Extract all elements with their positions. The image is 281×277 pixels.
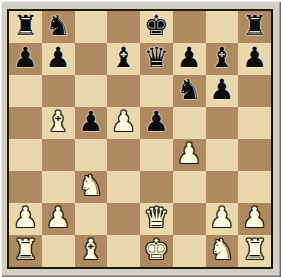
square-f2[interactable] bbox=[173, 203, 206, 235]
square-c2[interactable] bbox=[75, 203, 108, 235]
square-f1[interactable] bbox=[173, 235, 206, 267]
piece-white-knight[interactable]: ♞ bbox=[209, 236, 234, 264]
piece-black-pawn[interactable]: ♟ bbox=[144, 108, 169, 136]
square-g7[interactable]: ♝ bbox=[206, 43, 239, 75]
square-c5[interactable]: ♟ bbox=[75, 107, 108, 139]
square-h8[interactable]: ♜ bbox=[238, 11, 271, 43]
piece-white-bishop[interactable]: ♝ bbox=[46, 108, 71, 136]
square-f7[interactable]: ♟ bbox=[173, 43, 206, 75]
square-a2[interactable]: ♟ bbox=[9, 203, 42, 235]
square-e8[interactable]: ♚ bbox=[140, 11, 173, 43]
square-a1[interactable]: ♜ bbox=[9, 235, 42, 267]
square-b6[interactable] bbox=[42, 75, 75, 107]
square-e5[interactable]: ♟ bbox=[140, 107, 173, 139]
square-a7[interactable]: ♟ bbox=[9, 43, 42, 75]
piece-black-pawn[interactable]: ♟ bbox=[78, 108, 103, 136]
square-g8[interactable] bbox=[206, 11, 239, 43]
piece-white-rook[interactable]: ♜ bbox=[13, 236, 38, 264]
square-b2[interactable]: ♟ bbox=[42, 203, 75, 235]
piece-black-rook[interactable]: ♜ bbox=[242, 12, 267, 40]
piece-white-queen[interactable]: ♛ bbox=[144, 204, 169, 232]
piece-white-pawn[interactable]: ♟ bbox=[242, 204, 267, 232]
piece-black-pawn[interactable]: ♟ bbox=[209, 76, 234, 104]
square-f3[interactable] bbox=[173, 171, 206, 203]
piece-white-king[interactable]: ♚ bbox=[144, 236, 169, 264]
square-e7[interactable]: ♛ bbox=[140, 43, 173, 75]
square-g1[interactable]: ♞ bbox=[206, 235, 239, 267]
square-h6[interactable] bbox=[238, 75, 271, 107]
square-d2[interactable] bbox=[107, 203, 140, 235]
square-e4[interactable] bbox=[140, 139, 173, 171]
square-d7[interactable]: ♝ bbox=[107, 43, 140, 75]
square-h5[interactable] bbox=[238, 107, 271, 139]
piece-white-pawn[interactable]: ♟ bbox=[177, 140, 202, 168]
square-g6[interactable]: ♟ bbox=[206, 75, 239, 107]
piece-white-knight[interactable]: ♞ bbox=[78, 172, 103, 200]
square-h3[interactable] bbox=[238, 171, 271, 203]
piece-white-bishop[interactable]: ♝ bbox=[78, 236, 103, 264]
square-a6[interactable] bbox=[9, 75, 42, 107]
chess-board: ♜♞♚♜♟♟♝♛♟♝♟♞♟♝♟♟♟♟♞♟♟♛♟♟♜♝♚♞♜ bbox=[7, 9, 273, 269]
square-g2[interactable]: ♟ bbox=[206, 203, 239, 235]
square-b1[interactable] bbox=[42, 235, 75, 267]
piece-white-pawn[interactable]: ♟ bbox=[111, 108, 136, 136]
square-d3[interactable] bbox=[107, 171, 140, 203]
square-f8[interactable] bbox=[173, 11, 206, 43]
square-h4[interactable] bbox=[238, 139, 271, 171]
square-e2[interactable]: ♛ bbox=[140, 203, 173, 235]
square-c6[interactable] bbox=[75, 75, 108, 107]
square-d4[interactable] bbox=[107, 139, 140, 171]
piece-black-pawn[interactable]: ♟ bbox=[46, 44, 71, 72]
square-h1[interactable]: ♜ bbox=[238, 235, 271, 267]
square-b5[interactable]: ♝ bbox=[42, 107, 75, 139]
piece-black-knight[interactable]: ♞ bbox=[177, 76, 202, 104]
piece-white-rook[interactable]: ♜ bbox=[242, 236, 267, 264]
piece-black-bishop[interactable]: ♝ bbox=[209, 44, 234, 72]
square-c7[interactable] bbox=[75, 43, 108, 75]
piece-white-pawn[interactable]: ♟ bbox=[209, 204, 234, 232]
piece-black-king[interactable]: ♚ bbox=[144, 12, 169, 40]
square-d8[interactable] bbox=[107, 11, 140, 43]
piece-black-pawn[interactable]: ♟ bbox=[177, 44, 202, 72]
square-e1[interactable]: ♚ bbox=[140, 235, 173, 267]
square-c1[interactable]: ♝ bbox=[75, 235, 108, 267]
square-f5[interactable] bbox=[173, 107, 206, 139]
square-a3[interactable] bbox=[9, 171, 42, 203]
piece-black-pawn[interactable]: ♟ bbox=[13, 44, 38, 72]
square-d6[interactable] bbox=[107, 75, 140, 107]
square-d5[interactable]: ♟ bbox=[107, 107, 140, 139]
square-c4[interactable] bbox=[75, 139, 108, 171]
square-a5[interactable] bbox=[9, 107, 42, 139]
square-g5[interactable] bbox=[206, 107, 239, 139]
square-a4[interactable] bbox=[9, 139, 42, 171]
square-c8[interactable] bbox=[75, 11, 108, 43]
square-a8[interactable]: ♜ bbox=[9, 11, 42, 43]
piece-white-pawn[interactable]: ♟ bbox=[13, 204, 38, 232]
piece-black-queen[interactable]: ♛ bbox=[144, 44, 169, 72]
square-b3[interactable] bbox=[42, 171, 75, 203]
square-c3[interactable]: ♞ bbox=[75, 171, 108, 203]
square-b4[interactable] bbox=[42, 139, 75, 171]
square-d1[interactable] bbox=[107, 235, 140, 267]
square-h2[interactable]: ♟ bbox=[238, 203, 271, 235]
square-b7[interactable]: ♟ bbox=[42, 43, 75, 75]
piece-black-bishop[interactable]: ♝ bbox=[111, 44, 136, 72]
square-f6[interactable]: ♞ bbox=[173, 75, 206, 107]
square-h7[interactable]: ♟ bbox=[238, 43, 271, 75]
square-g3[interactable] bbox=[206, 171, 239, 203]
square-g4[interactable] bbox=[206, 139, 239, 171]
window-frame: ♜♞♚♜♟♟♝♛♟♝♟♞♟♝♟♟♟♟♞♟♟♛♟♟♜♝♚♞♜ bbox=[0, 0, 281, 277]
piece-white-pawn[interactable]: ♟ bbox=[46, 204, 71, 232]
square-e3[interactable] bbox=[140, 171, 173, 203]
square-b8[interactable]: ♞ bbox=[42, 11, 75, 43]
square-e6[interactable] bbox=[140, 75, 173, 107]
piece-black-pawn[interactable]: ♟ bbox=[242, 44, 267, 72]
piece-black-rook[interactable]: ♜ bbox=[13, 12, 38, 40]
square-f4[interactable]: ♟ bbox=[173, 139, 206, 171]
piece-black-knight[interactable]: ♞ bbox=[46, 12, 71, 40]
